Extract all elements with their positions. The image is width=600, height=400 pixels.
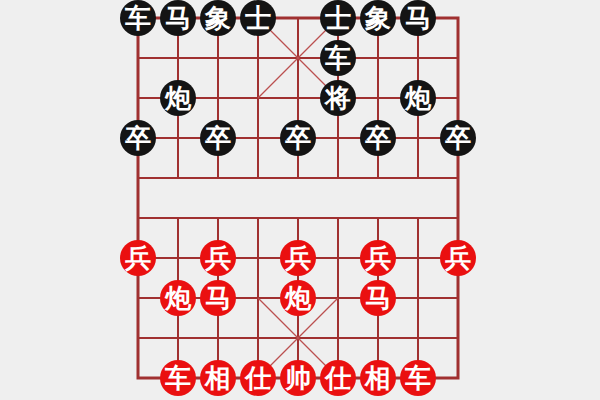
piece-black-elephant[interactable]: 象 (200, 0, 236, 36)
piece-red-soldier[interactable]: 兵 (200, 240, 236, 276)
piece-black-advisor[interactable]: 士 (320, 0, 356, 36)
piece-red-elephant[interactable]: 相 (200, 360, 236, 396)
xiangqi-board: 车马象士士象马车炮将炮卒卒卒卒卒兵兵兵兵兵炮马炮马车相仕帅仕相车 (0, 0, 600, 400)
piece-black-soldier[interactable]: 卒 (360, 120, 396, 156)
piece-red-advisor[interactable]: 仕 (240, 360, 276, 396)
piece-red-advisor[interactable]: 仕 (320, 360, 356, 396)
marker-corner (405, 285, 414, 294)
piece-black-advisor[interactable]: 士 (240, 0, 276, 36)
piece-red-soldier[interactable]: 兵 (440, 240, 476, 276)
piece-red-chariot[interactable]: 车 (400, 360, 436, 396)
piece-black-chariot[interactable]: 车 (120, 0, 156, 36)
piece-grid: 车马象士士象马车炮将炮卒卒卒卒卒兵兵兵兵兵炮马炮马车相仕帅仕相车 (118, 0, 478, 398)
marker-corner (405, 302, 414, 311)
last-move-marker (405, 285, 431, 311)
piece-red-soldier[interactable]: 兵 (360, 240, 396, 276)
piece-red-general[interactable]: 帅 (280, 360, 316, 396)
piece-red-horse[interactable]: 马 (200, 280, 236, 316)
piece-black-horse[interactable]: 马 (400, 0, 436, 36)
piece-black-soldier[interactable]: 卒 (440, 120, 476, 156)
piece-black-elephant[interactable]: 象 (360, 0, 396, 36)
piece-black-cannon[interactable]: 炮 (400, 80, 436, 116)
marker-corner (422, 302, 431, 311)
piece-red-soldier[interactable]: 兵 (280, 240, 316, 276)
piece-black-cannon[interactable]: 炮 (160, 80, 196, 116)
piece-black-soldier[interactable]: 卒 (120, 120, 156, 156)
piece-black-general[interactable]: 将 (320, 80, 356, 116)
piece-red-soldier[interactable]: 兵 (120, 240, 156, 276)
marker-corner (422, 285, 431, 294)
piece-red-cannon[interactable]: 炮 (280, 280, 316, 316)
piece-black-horse[interactable]: 马 (160, 0, 196, 36)
piece-black-soldier[interactable]: 卒 (200, 120, 236, 156)
piece-black-soldier[interactable]: 卒 (280, 120, 316, 156)
piece-red-elephant[interactable]: 相 (360, 360, 396, 396)
piece-red-cannon[interactable]: 炮 (160, 280, 196, 316)
piece-red-horse[interactable]: 马 (360, 280, 396, 316)
piece-black-chariot[interactable]: 车 (320, 40, 356, 76)
piece-red-chariot[interactable]: 车 (160, 360, 196, 396)
